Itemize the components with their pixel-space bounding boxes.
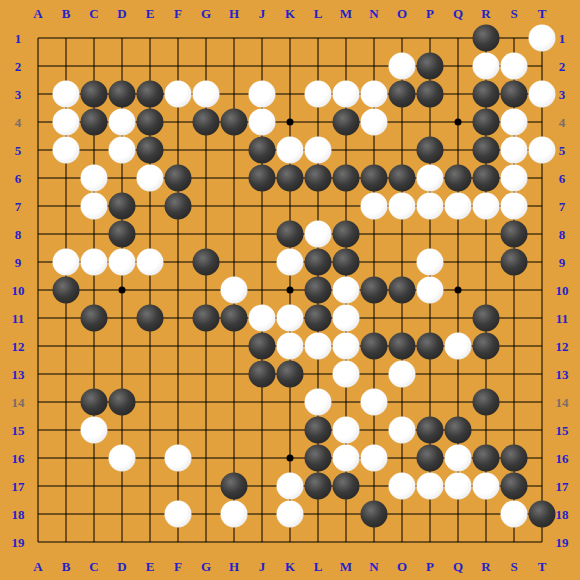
col-label-Q-top: Q [453, 7, 463, 20]
col-label-P-top: P [426, 7, 434, 20]
row-label-13-left: 13 [12, 368, 25, 381]
stone-white-Q7 [445, 193, 472, 220]
star-point-D10 [119, 287, 126, 294]
stone-white-P6 [417, 165, 444, 192]
stone-white-Q17 [445, 473, 472, 500]
stone-black-L15 [305, 417, 332, 444]
stone-white-S18 [501, 501, 528, 528]
row-label-9-right: 9 [559, 256, 566, 269]
stone-white-L12 [305, 333, 332, 360]
stone-black-D3 [109, 81, 136, 108]
stone-white-B3 [53, 81, 80, 108]
stone-white-O15 [389, 417, 416, 444]
stone-white-N14 [361, 389, 388, 416]
stone-black-O12 [389, 333, 416, 360]
stone-white-M15 [333, 417, 360, 444]
row-label-19-left: 19 [12, 536, 25, 549]
stone-black-D7 [109, 193, 136, 220]
row-label-14-right: 14 [556, 396, 569, 409]
stone-white-C15 [81, 417, 108, 444]
stone-white-P17 [417, 473, 444, 500]
stone-black-R1 [473, 25, 500, 52]
stone-black-R16 [473, 445, 500, 472]
stone-black-M4 [333, 109, 360, 136]
stone-black-P15 [417, 417, 444, 444]
row-label-16-right: 16 [556, 452, 569, 465]
stone-black-K8 [277, 221, 304, 248]
stone-white-T1 [529, 25, 556, 52]
stone-white-K18 [277, 501, 304, 528]
stone-white-H18 [221, 501, 248, 528]
stone-white-R7 [473, 193, 500, 220]
stone-white-K12 [277, 333, 304, 360]
stone-white-B5 [53, 137, 80, 164]
stone-black-C11 [81, 305, 108, 332]
stone-white-S7 [501, 193, 528, 220]
row-label-4-left: 4 [15, 116, 22, 129]
col-label-R-top: R [481, 7, 490, 20]
row-label-3-left: 3 [15, 88, 22, 101]
col-label-K-top: K [285, 7, 295, 20]
stone-black-Q15 [445, 417, 472, 444]
stone-white-J3 [249, 81, 276, 108]
stone-white-S6 [501, 165, 528, 192]
row-label-12-left: 12 [12, 340, 25, 353]
row-label-5-left: 5 [15, 144, 22, 157]
stone-black-O6 [389, 165, 416, 192]
stone-white-J4 [249, 109, 276, 136]
stone-black-R4 [473, 109, 500, 136]
stone-black-L6 [305, 165, 332, 192]
stone-black-C14 [81, 389, 108, 416]
stone-black-Q6 [445, 165, 472, 192]
row-label-7-left: 7 [15, 200, 22, 213]
col-label-J-bottom: J [259, 560, 266, 573]
stone-black-M8 [333, 221, 360, 248]
stone-black-F6 [165, 165, 192, 192]
stone-white-D5 [109, 137, 136, 164]
stone-white-L5 [305, 137, 332, 164]
star-point-K10 [287, 287, 294, 294]
stone-black-N10 [361, 277, 388, 304]
stone-black-P3 [417, 81, 444, 108]
stone-white-S2 [501, 53, 528, 80]
stone-black-D8 [109, 221, 136, 248]
stone-black-M9 [333, 249, 360, 276]
stone-white-O2 [389, 53, 416, 80]
stone-white-Q16 [445, 445, 472, 472]
stone-black-P12 [417, 333, 444, 360]
stone-black-K6 [277, 165, 304, 192]
stone-black-E4 [137, 109, 164, 136]
stone-black-R6 [473, 165, 500, 192]
stone-black-J12 [249, 333, 276, 360]
stone-white-P9 [417, 249, 444, 276]
col-label-B-bottom: B [62, 560, 71, 573]
stone-white-C6 [81, 165, 108, 192]
col-label-M-bottom: M [340, 560, 352, 573]
row-label-6-right: 6 [559, 172, 566, 185]
row-label-12-right: 12 [556, 340, 569, 353]
row-label-16-left: 16 [12, 452, 25, 465]
stone-white-Q12 [445, 333, 472, 360]
stone-black-N18 [361, 501, 388, 528]
col-label-D-top: D [117, 7, 126, 20]
stone-white-P10 [417, 277, 444, 304]
col-label-R-bottom: R [481, 560, 490, 573]
col-label-T-bottom: T [538, 560, 547, 573]
row-label-9-left: 9 [15, 256, 22, 269]
stone-black-P5 [417, 137, 444, 164]
col-label-C-bottom: C [89, 560, 98, 573]
col-label-N-top: N [369, 7, 378, 20]
star-point-Q10 [455, 287, 462, 294]
stone-white-S4 [501, 109, 528, 136]
star-point-K4 [287, 119, 294, 126]
col-label-B-top: B [62, 7, 71, 20]
stone-black-J6 [249, 165, 276, 192]
stone-black-R12 [473, 333, 500, 360]
stone-black-R14 [473, 389, 500, 416]
stone-black-C4 [81, 109, 108, 136]
stone-white-F16 [165, 445, 192, 472]
stone-black-S3 [501, 81, 528, 108]
stone-white-M3 [333, 81, 360, 108]
stone-black-L10 [305, 277, 332, 304]
col-label-G-bottom: G [201, 560, 211, 573]
stone-white-L14 [305, 389, 332, 416]
stone-black-E11 [137, 305, 164, 332]
stone-black-S8 [501, 221, 528, 248]
stone-white-G3 [193, 81, 220, 108]
stone-black-T18 [529, 501, 556, 528]
stone-black-P2 [417, 53, 444, 80]
stone-black-L16 [305, 445, 332, 472]
stone-black-H11 [221, 305, 248, 332]
col-label-S-bottom: S [510, 560, 517, 573]
stone-black-O10 [389, 277, 416, 304]
stone-white-M13 [333, 361, 360, 388]
stone-black-M6 [333, 165, 360, 192]
row-label-2-left: 2 [15, 60, 22, 73]
col-label-F-top: F [174, 7, 182, 20]
stone-black-R3 [473, 81, 500, 108]
row-label-3-right: 3 [559, 88, 566, 101]
row-label-13-right: 13 [556, 368, 569, 381]
row-label-6-left: 6 [15, 172, 22, 185]
star-point-Q4 [455, 119, 462, 126]
row-label-10-left: 10 [12, 284, 25, 297]
stone-black-G4 [193, 109, 220, 136]
col-label-L-top: L [314, 7, 323, 20]
row-label-14-left: 14 [12, 396, 25, 409]
stone-black-N6 [361, 165, 388, 192]
stone-white-P7 [417, 193, 444, 220]
stone-white-T3 [529, 81, 556, 108]
stone-white-S5 [501, 137, 528, 164]
stone-black-R5 [473, 137, 500, 164]
row-label-10-right: 10 [556, 284, 569, 297]
stone-white-M12 [333, 333, 360, 360]
stone-black-L17 [305, 473, 332, 500]
row-label-17-left: 17 [12, 480, 25, 493]
stone-white-R17 [473, 473, 500, 500]
row-label-8-left: 8 [15, 228, 22, 241]
stone-white-E6 [137, 165, 164, 192]
col-label-O-bottom: O [397, 560, 407, 573]
row-label-5-right: 5 [559, 144, 566, 157]
row-label-17-right: 17 [556, 480, 569, 493]
row-label-18-right: 18 [556, 508, 569, 521]
col-label-H-top: H [229, 7, 239, 20]
stone-black-L9 [305, 249, 332, 276]
stone-white-R2 [473, 53, 500, 80]
row-label-1-right: 1 [559, 32, 566, 45]
stone-black-K13 [277, 361, 304, 388]
stone-black-E3 [137, 81, 164, 108]
col-label-D-bottom: D [117, 560, 126, 573]
stone-white-B4 [53, 109, 80, 136]
stone-white-F18 [165, 501, 192, 528]
stone-white-D4 [109, 109, 136, 136]
col-label-F-bottom: F [174, 560, 182, 573]
col-label-J-top: J [259, 7, 266, 20]
stone-white-M10 [333, 277, 360, 304]
stone-white-M16 [333, 445, 360, 472]
row-label-11-left: 11 [12, 312, 24, 325]
stone-white-K5 [277, 137, 304, 164]
col-label-H-bottom: H [229, 560, 239, 573]
col-label-N-bottom: N [369, 560, 378, 573]
col-label-E-top: E [146, 7, 155, 20]
row-label-4-right: 4 [559, 116, 566, 129]
col-label-K-bottom: K [285, 560, 295, 573]
row-label-7-right: 7 [559, 200, 566, 213]
stone-black-F7 [165, 193, 192, 220]
col-label-M-top: M [340, 7, 352, 20]
stone-white-L3 [305, 81, 332, 108]
stone-white-K9 [277, 249, 304, 276]
row-label-15-right: 15 [556, 424, 569, 437]
row-label-18-left: 18 [12, 508, 25, 521]
stone-white-B9 [53, 249, 80, 276]
stone-black-H17 [221, 473, 248, 500]
stone-black-J13 [249, 361, 276, 388]
col-label-L-bottom: L [314, 560, 323, 573]
stone-black-E5 [137, 137, 164, 164]
col-label-A-top: A [33, 7, 42, 20]
stone-black-J5 [249, 137, 276, 164]
stone-white-J11 [249, 305, 276, 332]
col-label-G-top: G [201, 7, 211, 20]
row-label-19-right: 19 [556, 536, 569, 549]
stone-white-T5 [529, 137, 556, 164]
stone-black-B10 [53, 277, 80, 304]
stone-black-S9 [501, 249, 528, 276]
stone-black-S16 [501, 445, 528, 472]
row-label-2-right: 2 [559, 60, 566, 73]
row-label-8-right: 8 [559, 228, 566, 241]
star-point-K16 [287, 455, 294, 462]
stone-white-D9 [109, 249, 136, 276]
stone-white-E9 [137, 249, 164, 276]
stone-white-N4 [361, 109, 388, 136]
col-label-A-bottom: A [33, 560, 42, 573]
stone-white-L8 [305, 221, 332, 248]
col-label-O-top: O [397, 7, 407, 20]
stone-white-H10 [221, 277, 248, 304]
col-label-E-bottom: E [146, 560, 155, 573]
stone-white-D16 [109, 445, 136, 472]
stone-black-O3 [389, 81, 416, 108]
stone-white-N3 [361, 81, 388, 108]
stone-white-F3 [165, 81, 192, 108]
stone-white-O7 [389, 193, 416, 220]
col-label-Q-bottom: Q [453, 560, 463, 573]
stone-white-O17 [389, 473, 416, 500]
stone-white-N16 [361, 445, 388, 472]
stone-black-D14 [109, 389, 136, 416]
stone-black-H4 [221, 109, 248, 136]
col-label-C-top: C [89, 7, 98, 20]
stone-black-G9 [193, 249, 220, 276]
stone-white-O13 [389, 361, 416, 388]
stone-black-C3 [81, 81, 108, 108]
row-label-1-left: 1 [15, 32, 22, 45]
stone-black-R11 [473, 305, 500, 332]
col-label-S-top: S [510, 7, 517, 20]
stone-black-L11 [305, 305, 332, 332]
stone-black-P16 [417, 445, 444, 472]
col-label-T-top: T [538, 7, 547, 20]
goban[interactable]: AABBCCDDEEFFGGHHJJKKLLMMNNOOPPQQRRSSTT11… [0, 0, 580, 580]
stone-white-N7 [361, 193, 388, 220]
stone-black-M17 [333, 473, 360, 500]
col-label-P-bottom: P [426, 560, 434, 573]
stone-white-M11 [333, 305, 360, 332]
row-label-11-right: 11 [556, 312, 568, 325]
stone-white-C7 [81, 193, 108, 220]
row-label-15-left: 15 [12, 424, 25, 437]
stone-white-C9 [81, 249, 108, 276]
stone-black-N12 [361, 333, 388, 360]
stone-white-K11 [277, 305, 304, 332]
stone-black-S17 [501, 473, 528, 500]
stone-white-K17 [277, 473, 304, 500]
stone-black-G11 [193, 305, 220, 332]
